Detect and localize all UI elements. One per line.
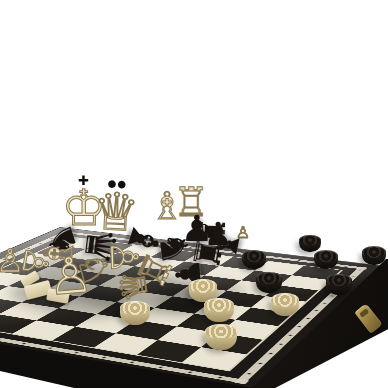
checker-top-carving xyxy=(314,250,338,262)
checker-top-carving xyxy=(326,274,352,286)
chess-piece-white-queen-lying: ♕ xyxy=(113,267,154,305)
brass-clasp xyxy=(354,303,382,334)
checker-top-carving xyxy=(271,293,299,306)
white-checker-piece xyxy=(205,324,237,350)
white-pawn-icon: ♙ xyxy=(0,245,24,277)
white-queen-icon: ♕ xyxy=(113,267,154,305)
white-checker-piece xyxy=(120,301,150,325)
white-checker-piece xyxy=(271,293,299,315)
white-checker-piece xyxy=(204,298,234,322)
white-pawn-icon: ♙ xyxy=(45,249,94,303)
checker-top-carving xyxy=(120,301,150,315)
black-checker-piece xyxy=(362,246,386,265)
chess-piece-white-pawn: ♙ xyxy=(45,249,94,303)
checker-top-carving xyxy=(362,246,386,258)
checker-top-carving xyxy=(256,272,282,284)
cross-accent-icon: ✚ xyxy=(78,174,90,187)
black-checker-piece xyxy=(314,250,338,269)
chess-piece-white-pawn: ♙ xyxy=(0,245,24,277)
checker-top-carving xyxy=(204,298,234,312)
chess-piece-white-bishop: ♗ xyxy=(150,187,184,225)
black-checker-piece xyxy=(256,272,282,293)
checker-top-carving xyxy=(189,279,217,292)
dots-accent-icon: ●● xyxy=(107,179,127,190)
checker-top-carving xyxy=(242,250,266,262)
product-photo: ♖♗♜♔✚♕●●♞♝♙♝♛♟♞♟♜♗♙♙♘♖♟♙♕♙ xyxy=(0,0,388,388)
black-checker-piece xyxy=(242,250,266,269)
black-checker-piece xyxy=(326,274,352,295)
white-bishop-icon: ♗ xyxy=(150,187,184,225)
